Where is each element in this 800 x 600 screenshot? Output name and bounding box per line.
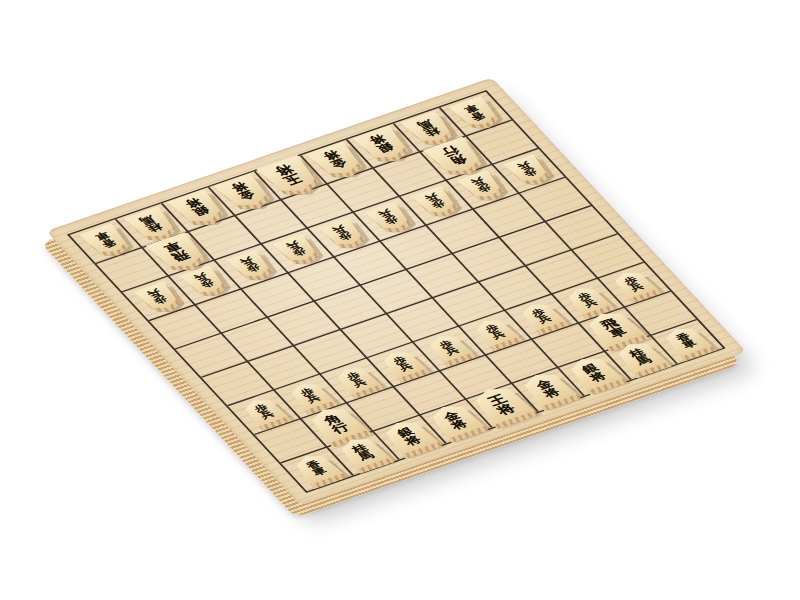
piece-kanji-label: 歩兵 (423, 192, 446, 209)
piece-kanji-label: 金将 (321, 149, 349, 170)
piece-kanji-label: 歩兵 (345, 371, 368, 388)
piece-kanji-label: 金将 (441, 410, 469, 431)
piece-kanji-label: 歩兵 (284, 240, 307, 257)
piece-kanji-char: 車 (681, 339, 699, 350)
piece-kanji-label: 歩兵 (299, 387, 322, 404)
piece-kanji-char: 兵 (490, 330, 507, 340)
piece-kanji-char: 馬 (357, 450, 376, 462)
piece-kanji-char: 兵 (351, 378, 368, 388)
piece-kanji-label: 歩兵 (253, 403, 276, 420)
piece-kanji-label: 香車 (674, 332, 698, 350)
piece-kanji-label: 歩兵 (622, 276, 645, 293)
piece-kanji-label: 桂馬 (415, 118, 441, 137)
piece-kanji-label: 歩兵 (192, 272, 215, 289)
piece-kanji-label: 銀将 (580, 363, 608, 384)
piece-kanji-char: 行 (330, 422, 352, 435)
piece-kanji-label: 角行 (439, 145, 469, 167)
piece-kanji-label: 歩兵 (469, 176, 492, 193)
product-photo-scene: 香車桂馬銀将金将玉将金将銀将桂馬香車角行飛車歩兵歩兵歩兵歩兵歩兵歩兵歩兵歩兵歩兵… (0, 0, 800, 600)
piece-kanji-char: 兵 (397, 362, 414, 372)
piece-kanji-label: 香車 (462, 103, 486, 121)
piece-kanji-label: 角行 (322, 413, 352, 435)
piece-kanji-label: 歩兵 (437, 339, 460, 356)
piece-kanji-char: 将 (541, 386, 562, 399)
piece-kanji-label: 歩兵 (146, 288, 169, 305)
piece-kanji-label: 歩兵 (377, 208, 400, 225)
piece-kanji-label: 歩兵 (238, 256, 261, 273)
piece-kanji-label: 玉将 (273, 163, 305, 186)
piece-kanji-label: 飛車 (599, 317, 629, 339)
piece-kanji-char: 将 (588, 371, 609, 384)
piece-kanji-label: 金将 (534, 378, 562, 399)
piece-kanji-label: 銀将 (368, 133, 396, 154)
piece-kanji-label: 歩兵 (484, 323, 507, 340)
piece-kanji-label: 銀将 (395, 426, 423, 447)
piece-kanji-label: 王将 (486, 393, 518, 416)
piece-kanji-label: 歩兵 (516, 160, 539, 177)
piece-kanji-char: 兵 (582, 298, 599, 308)
piece-kanji-label: 香車 (93, 230, 117, 248)
piece-kanji-char: 将 (449, 418, 470, 431)
piece-kanji-label: 桂馬 (350, 443, 376, 462)
piece-kanji-char: 兵 (444, 346, 461, 356)
piece-kanji-label: 歩兵 (391, 355, 414, 372)
piece-kanji-label: 香車 (305, 460, 329, 478)
piece-kanji-label: 桂馬 (138, 214, 164, 233)
piece-kanji-char: 将 (494, 402, 517, 416)
piece-kanji-char: 兵 (536, 314, 553, 324)
piece-kanji-label: 歩兵 (331, 224, 354, 241)
piece-kanji-label: 歩兵 (530, 307, 553, 324)
piece-kanji-label: 金将 (229, 181, 257, 202)
piece-kanji-char: 将 (403, 434, 424, 447)
piece-kanji-char: 兵 (305, 394, 322, 404)
piece-kanji-label: 歩兵 (576, 292, 599, 309)
piece-kanji-char: 車 (311, 466, 329, 477)
piece-kanji-label: 飛車 (162, 241, 192, 263)
piece-kanji-label: 桂馬 (627, 347, 653, 366)
piece-kanji-char: 馬 (634, 355, 653, 367)
piece-kanji-char: 兵 (259, 410, 276, 420)
piece-kanji-label: 銀将 (183, 197, 211, 218)
board-surface: 香車桂馬銀将金将玉将金将銀将桂馬香車角行飛車歩兵歩兵歩兵歩兵歩兵歩兵歩兵歩兵歩兵… (46, 77, 747, 505)
shogi-board: 香車桂馬銀将金将玉将金将銀将桂馬香車角行飛車歩兵歩兵歩兵歩兵歩兵歩兵歩兵歩兵歩兵… (46, 77, 747, 505)
piece-kanji-char: 車 (607, 326, 629, 339)
piece-kanji-char: 兵 (628, 282, 645, 292)
